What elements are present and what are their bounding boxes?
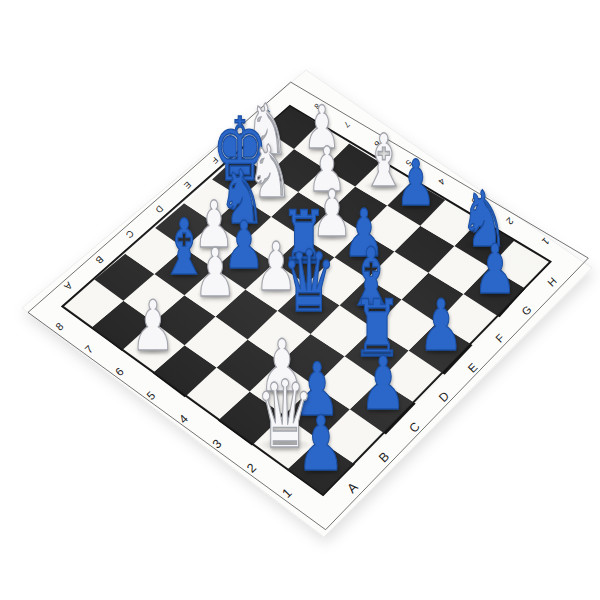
chessboard-mat: AABBCCDDEEFFGGHH1122334455667788: [0, 0, 600, 600]
vinyl-glare: [62, 106, 550, 495]
product-photo-stage: AABBCCDDEEFFGGHH1122334455667788 ♚♞♝♞♞♟♟…: [0, 0, 600, 600]
